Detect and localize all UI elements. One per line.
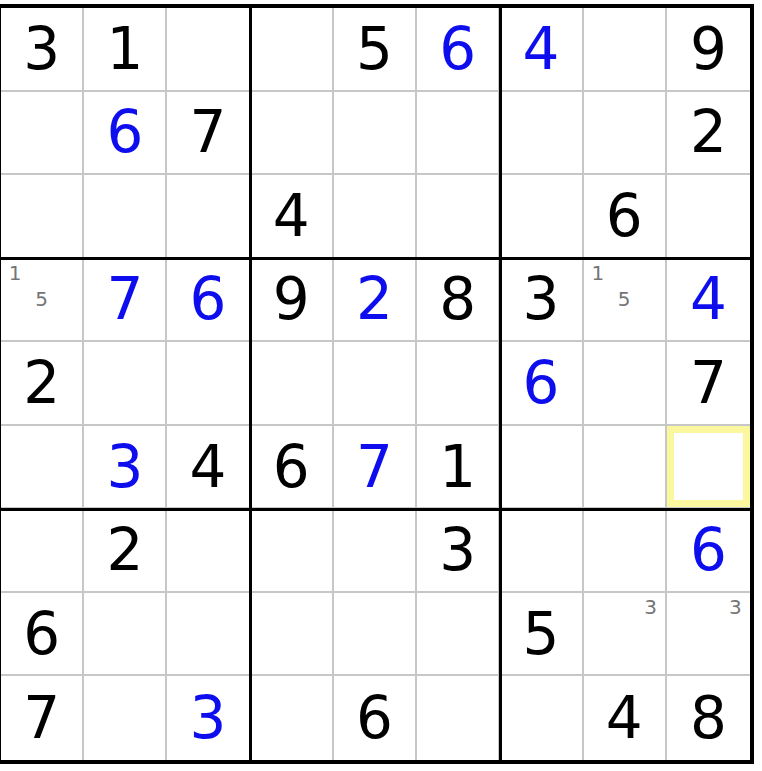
cell-r1c1[interactable]: 3: [1, 8, 84, 92]
cell-r9c5[interactable]: 6: [334, 676, 417, 760]
cell-r9c2[interactable]: [84, 676, 167, 760]
cell-r7c9[interactable]: 6: [667, 509, 750, 593]
cell-r6c4[interactable]: 6: [251, 426, 334, 510]
given-digit: 1: [106, 20, 143, 78]
filled-digit: 6: [522, 354, 559, 412]
cell-r1c3[interactable]: [167, 8, 250, 92]
filled-digit: 4: [522, 20, 559, 78]
pencil-mark-1: 1: [2, 260, 28, 287]
cell-r5c1[interactable]: 2: [1, 342, 84, 426]
cell-r2c9[interactable]: 2: [667, 92, 750, 176]
cell-r5c5[interactable]: [334, 342, 417, 426]
cell-r5c9[interactable]: 7: [667, 342, 750, 426]
cell-r1c5[interactable]: 5: [334, 8, 417, 92]
cell-r3c2[interactable]: [84, 175, 167, 259]
filled-digit: 2: [356, 270, 393, 328]
cell-r1c4[interactable]: [251, 8, 334, 92]
cell-r4c4[interactable]: 9: [251, 259, 334, 343]
cell-r8c4[interactable]: [251, 593, 334, 677]
filled-digit: 6: [106, 103, 143, 161]
cell-r5c4[interactable]: [251, 342, 334, 426]
pencil-mark-5: 5: [611, 286, 637, 313]
filled-digit: 7: [356, 438, 393, 496]
sudoku-board: 3156496724615769283154267346712366533736…: [0, 4, 754, 764]
cell-r4c2[interactable]: 7: [84, 259, 167, 343]
cell-r4c8[interactable]: 15: [584, 259, 667, 343]
cell-r8c1[interactable]: 6: [1, 593, 84, 677]
cell-r3c6[interactable]: [417, 175, 500, 259]
cell-r9c9[interactable]: 8: [667, 676, 750, 760]
given-digit: 9: [273, 270, 310, 328]
cell-r6c5[interactable]: 7: [334, 426, 417, 510]
given-digit: 1: [439, 438, 476, 496]
cell-r6c6[interactable]: 1: [417, 426, 500, 510]
cell-r3c7[interactable]: [500, 175, 583, 259]
sudoku-grid: 3156496724615769283154267346712366533736…: [1, 8, 750, 760]
cell-r2c3[interactable]: 7: [167, 92, 250, 176]
cell-r2c8[interactable]: [584, 92, 667, 176]
cell-r7c3[interactable]: [167, 509, 250, 593]
given-digit: 6: [273, 438, 310, 496]
cell-r5c3[interactable]: [167, 342, 250, 426]
filled-digit: 4: [690, 270, 727, 328]
cell-r5c8[interactable]: [584, 342, 667, 426]
cell-r7c1[interactable]: [1, 509, 84, 593]
cell-r8c6[interactable]: [417, 593, 500, 677]
given-digit: 6: [606, 187, 643, 245]
given-digit: 5: [356, 20, 393, 78]
cell-r3c8[interactable]: 6: [584, 175, 667, 259]
cell-r3c9[interactable]: [667, 175, 750, 259]
cell-r9c3[interactable]: 3: [167, 676, 250, 760]
cell-r6c7[interactable]: [500, 426, 583, 510]
given-digit: 4: [190, 438, 227, 496]
cell-r2c4[interactable]: [251, 92, 334, 176]
filled-digit: 6: [190, 270, 227, 328]
cell-r3c1[interactable]: [1, 175, 84, 259]
given-digit: 8: [439, 270, 476, 328]
cell-r4c3[interactable]: 6: [167, 259, 250, 343]
cell-r4c5[interactable]: 2: [334, 259, 417, 343]
cell-r2c5[interactable]: [334, 92, 417, 176]
pencil-marks: 3: [668, 594, 749, 674]
pencil-mark-5: 5: [28, 286, 54, 313]
cell-r8c7[interactable]: 5: [500, 593, 583, 677]
given-digit: 5: [522, 605, 559, 663]
cell-r1c9[interactable]: 9: [667, 8, 750, 92]
given-digit: 2: [690, 103, 727, 161]
cell-r8c3[interactable]: [167, 593, 250, 677]
cell-r9c7[interactable]: [500, 676, 583, 760]
cell-r2c7[interactable]: [500, 92, 583, 176]
given-digit: 2: [23, 354, 60, 412]
cell-r8c9[interactable]: 3: [667, 593, 750, 677]
cell-r8c2[interactable]: [84, 593, 167, 677]
cell-r2c6[interactable]: [417, 92, 500, 176]
given-digit: 3: [522, 270, 559, 328]
cell-r6c1[interactable]: [1, 426, 84, 510]
given-digit: 8: [690, 689, 727, 747]
given-digit: 2: [106, 521, 143, 579]
cell-r4c9[interactable]: 4: [667, 259, 750, 343]
cell-r1c6[interactable]: 6: [417, 8, 500, 92]
pencil-marks: 15: [585, 260, 664, 340]
given-digit: 6: [23, 605, 60, 663]
given-digit: 4: [273, 187, 310, 245]
cell-r5c2[interactable]: [84, 342, 167, 426]
cell-r7c4[interactable]: [251, 509, 334, 593]
cell-r4c1[interactable]: 15: [1, 259, 84, 343]
cell-r5c6[interactable]: [417, 342, 500, 426]
cell-r1c7[interactable]: 4: [500, 8, 583, 92]
cell-r8c8[interactable]: 3: [584, 593, 667, 677]
cell-r7c6[interactable]: 3: [417, 509, 500, 593]
cell-r9c1[interactable]: 7: [1, 676, 84, 760]
given-digit: 4: [606, 689, 643, 747]
given-digit: 3: [439, 521, 476, 579]
given-digit: 3: [23, 20, 60, 78]
given-digit: 7: [23, 689, 60, 747]
cell-r9c4[interactable]: [251, 676, 334, 760]
cell-r4c6[interactable]: 8: [417, 259, 500, 343]
given-digit: 6: [356, 689, 393, 747]
cell-r9c8[interactable]: 4: [584, 676, 667, 760]
cell-r5c7[interactable]: 6: [500, 342, 583, 426]
filled-digit: 6: [439, 20, 476, 78]
cell-r7c7[interactable]: [500, 509, 583, 593]
cell-r3c5[interactable]: [334, 175, 417, 259]
filled-digit: 3: [106, 438, 143, 496]
cell-r2c2[interactable]: 6: [84, 92, 167, 176]
cell-r6c9[interactable]: [667, 426, 750, 510]
cell-r3c4[interactable]: 4: [251, 175, 334, 259]
cell-r4c7[interactable]: 3: [500, 259, 583, 343]
pencil-marks: 15: [2, 260, 81, 340]
filled-digit: 3: [190, 689, 227, 747]
given-digit: 7: [690, 354, 727, 412]
cell-r8c5[interactable]: [334, 593, 417, 677]
cell-r6c3[interactable]: 4: [167, 426, 250, 510]
cell-r7c5[interactable]: [334, 509, 417, 593]
cell-r9c6[interactable]: [417, 676, 500, 760]
cell-r7c8[interactable]: [584, 509, 667, 593]
given-digit: 9: [690, 20, 727, 78]
pencil-mark-1: 1: [585, 260, 611, 287]
pencil-mark-3: 3: [637, 594, 663, 621]
filled-digit: 6: [690, 521, 727, 579]
cell-r6c8[interactable]: [584, 426, 667, 510]
cell-r7c2[interactable]: 2: [84, 509, 167, 593]
filled-digit: 7: [106, 270, 143, 328]
pencil-marks: 3: [585, 594, 664, 674]
cell-r1c2[interactable]: 1: [84, 8, 167, 92]
pencil-mark-3: 3: [722, 594, 749, 621]
cell-r1c8[interactable]: [584, 8, 667, 92]
given-digit: 7: [190, 103, 227, 161]
cell-r2c1[interactable]: [1, 92, 84, 176]
cell-r6c2[interactable]: 3: [84, 426, 167, 510]
cell-r3c3[interactable]: [167, 175, 250, 259]
